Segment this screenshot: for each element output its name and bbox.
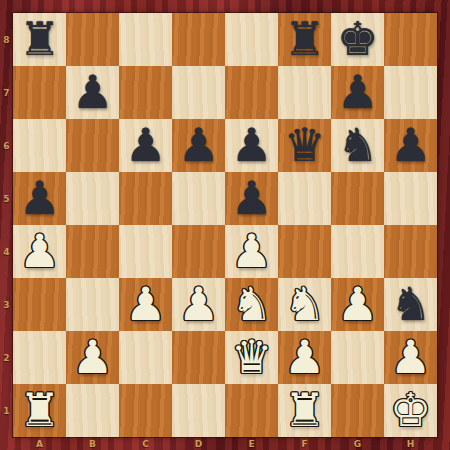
- rank-label-4: 4: [0, 225, 13, 278]
- square-h3[interactable]: ♞: [384, 278, 437, 331]
- square-e1[interactable]: [225, 384, 278, 437]
- square-a4[interactable]: ♟: [13, 225, 66, 278]
- square-g2[interactable]: [331, 331, 384, 384]
- square-a5[interactable]: ♟: [13, 172, 66, 225]
- file-label-a: A: [13, 437, 66, 450]
- square-e8[interactable]: [225, 13, 278, 66]
- square-h5[interactable]: [384, 172, 437, 225]
- square-c5[interactable]: [119, 172, 172, 225]
- white-pawn: ♟: [337, 281, 378, 327]
- square-b6[interactable]: [66, 119, 119, 172]
- square-a6[interactable]: [13, 119, 66, 172]
- rank-label-1: 1: [0, 384, 13, 437]
- white-pawn: ♟: [72, 334, 113, 380]
- square-f5[interactable]: [278, 172, 331, 225]
- square-h6[interactable]: ♟: [384, 119, 437, 172]
- white-pawn: ♟: [231, 228, 272, 274]
- square-c2[interactable]: [119, 331, 172, 384]
- white-queen: ♛: [231, 334, 272, 380]
- black-queen: ♛: [284, 122, 325, 168]
- file-label-b: B: [66, 437, 119, 450]
- square-e2[interactable]: ♛: [225, 331, 278, 384]
- square-b4[interactable]: [66, 225, 119, 278]
- rank-label-7: 7: [0, 66, 13, 119]
- square-d7[interactable]: [172, 66, 225, 119]
- square-b5[interactable]: [66, 172, 119, 225]
- square-d8[interactable]: [172, 13, 225, 66]
- square-a1[interactable]: ♜: [13, 384, 66, 437]
- square-g7[interactable]: ♟: [331, 66, 384, 119]
- square-g4[interactable]: [331, 225, 384, 278]
- white-pawn: ♟: [19, 228, 60, 274]
- white-pawn: ♟: [284, 334, 325, 380]
- square-h4[interactable]: [384, 225, 437, 278]
- square-h8[interactable]: [384, 13, 437, 66]
- square-c7[interactable]: [119, 66, 172, 119]
- square-e7[interactable]: [225, 66, 278, 119]
- black-pawn: ♟: [125, 122, 166, 168]
- square-a8[interactable]: ♜: [13, 13, 66, 66]
- white-pawn: ♟: [125, 281, 166, 327]
- square-f2[interactable]: ♟: [278, 331, 331, 384]
- square-h1[interactable]: ♚: [384, 384, 437, 437]
- square-b2[interactable]: ♟: [66, 331, 119, 384]
- black-pawn: ♟: [19, 175, 60, 221]
- file-label-g: G: [331, 437, 384, 450]
- black-knight: ♞: [390, 281, 431, 327]
- square-f1[interactable]: ♜: [278, 384, 331, 437]
- chessboard-frame: ♜♜♚♟♟♟♟♟♛♞♟♟♟♟♟♟♟♞♞♟♞♟♛♟♟♜♜♚ 87654321 AB…: [0, 0, 450, 450]
- square-f7[interactable]: [278, 66, 331, 119]
- white-pawn: ♟: [178, 281, 219, 327]
- square-f3[interactable]: ♞: [278, 278, 331, 331]
- black-pawn: ♟: [231, 122, 272, 168]
- square-e3[interactable]: ♞: [225, 278, 278, 331]
- rank-label-5: 5: [0, 172, 13, 225]
- square-d4[interactable]: [172, 225, 225, 278]
- black-king: ♚: [337, 16, 378, 62]
- black-pawn: ♟: [337, 69, 378, 115]
- square-c4[interactable]: [119, 225, 172, 278]
- black-rook: ♜: [284, 16, 325, 62]
- white-knight: ♞: [284, 281, 325, 327]
- square-f4[interactable]: [278, 225, 331, 278]
- black-pawn: ♟: [231, 175, 272, 221]
- file-label-f: F: [278, 437, 331, 450]
- square-d6[interactable]: ♟: [172, 119, 225, 172]
- square-g6[interactable]: ♞: [331, 119, 384, 172]
- file-label-e: E: [225, 437, 278, 450]
- square-g8[interactable]: ♚: [331, 13, 384, 66]
- square-f8[interactable]: ♜: [278, 13, 331, 66]
- rank-label-6: 6: [0, 119, 13, 172]
- black-pawn: ♟: [390, 122, 431, 168]
- white-rook: ♜: [284, 387, 325, 433]
- square-e6[interactable]: ♟: [225, 119, 278, 172]
- square-b8[interactable]: [66, 13, 119, 66]
- white-rook: ♜: [19, 387, 60, 433]
- chessboard: ♜♜♚♟♟♟♟♟♛♞♟♟♟♟♟♟♟♞♞♟♞♟♛♟♟♜♜♚: [13, 13, 437, 437]
- square-c1[interactable]: [119, 384, 172, 437]
- square-g3[interactable]: ♟: [331, 278, 384, 331]
- rank-label-3: 3: [0, 278, 13, 331]
- square-g5[interactable]: [331, 172, 384, 225]
- black-pawn: ♟: [178, 122, 219, 168]
- rank-label-8: 8: [0, 13, 13, 66]
- square-a2[interactable]: [13, 331, 66, 384]
- square-c6[interactable]: ♟: [119, 119, 172, 172]
- square-b7[interactable]: ♟: [66, 66, 119, 119]
- square-b3[interactable]: [66, 278, 119, 331]
- square-c8[interactable]: [119, 13, 172, 66]
- black-pawn: ♟: [72, 69, 113, 115]
- white-pawn: ♟: [390, 334, 431, 380]
- square-d2[interactable]: [172, 331, 225, 384]
- square-h7[interactable]: [384, 66, 437, 119]
- white-knight: ♞: [231, 281, 272, 327]
- file-labels: ABCDEFGH: [13, 437, 437, 450]
- black-rook: ♜: [19, 16, 60, 62]
- square-d3[interactable]: ♟: [172, 278, 225, 331]
- square-h2[interactable]: ♟: [384, 331, 437, 384]
- square-a3[interactable]: [13, 278, 66, 331]
- square-b1[interactable]: [66, 384, 119, 437]
- black-knight: ♞: [337, 122, 378, 168]
- square-d5[interactable]: [172, 172, 225, 225]
- square-e4[interactable]: ♟: [225, 225, 278, 278]
- square-d1[interactable]: [172, 384, 225, 437]
- file-label-c: C: [119, 437, 172, 450]
- rank-labels: 87654321: [0, 13, 13, 437]
- rank-label-2: 2: [0, 331, 13, 384]
- file-label-d: D: [172, 437, 225, 450]
- white-king: ♚: [390, 387, 431, 433]
- file-label-h: H: [384, 437, 437, 450]
- square-a7[interactable]: [13, 66, 66, 119]
- square-g1[interactable]: [331, 384, 384, 437]
- square-f6[interactable]: ♛: [278, 119, 331, 172]
- square-e5[interactable]: ♟: [225, 172, 278, 225]
- square-c3[interactable]: ♟: [119, 278, 172, 331]
